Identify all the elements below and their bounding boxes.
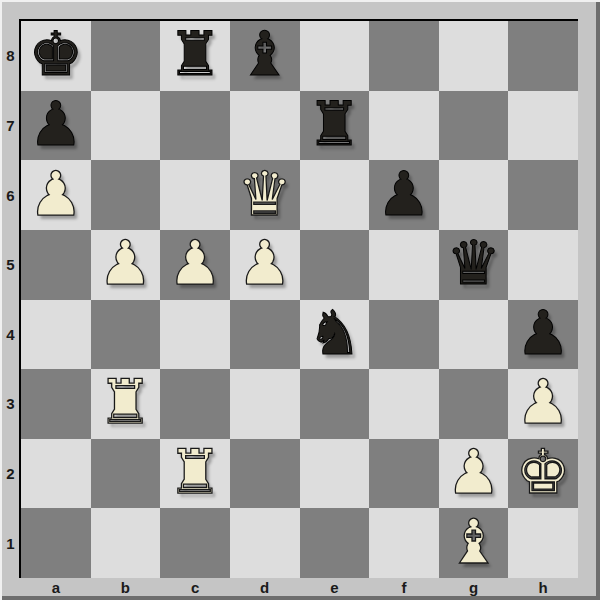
piece-white-pawn[interactable]: ♟ (446, 437, 501, 506)
square-f6[interactable]: ♟ (369, 160, 439, 230)
piece-white-pawn[interactable]: ♟ (237, 228, 292, 297)
file-label-b: b (91, 578, 161, 597)
square-f8[interactable] (369, 21, 439, 91)
piece-white-pawn[interactable]: ♟ (98, 228, 153, 297)
square-f4[interactable] (369, 300, 439, 370)
square-c3[interactable] (160, 369, 230, 439)
square-b3[interactable]: ♜ (91, 369, 161, 439)
square-d5[interactable]: ♟ (230, 230, 300, 300)
square-a2[interactable] (21, 439, 91, 509)
square-e5[interactable] (300, 230, 370, 300)
square-g3[interactable] (439, 369, 509, 439)
piece-white-pawn[interactable]: ♟ (28, 159, 83, 228)
rank-label-1: 1 (0, 508, 19, 578)
square-g1[interactable]: ♝ (439, 508, 509, 578)
square-h3[interactable]: ♟ (508, 369, 578, 439)
piece-white-king[interactable]: ♚ (516, 437, 571, 506)
square-c8[interactable]: ♜ (160, 21, 230, 91)
rank-label-5: 5 (0, 230, 19, 300)
square-d3[interactable] (230, 369, 300, 439)
square-d8[interactable]: ♝ (230, 21, 300, 91)
file-label-g: g (439, 578, 509, 597)
file-label-h: h (508, 578, 578, 597)
square-h6[interactable] (508, 160, 578, 230)
square-g2[interactable]: ♟ (439, 439, 509, 509)
piece-white-pawn[interactable]: ♟ (168, 228, 223, 297)
rank-label-6: 6 (0, 160, 19, 230)
file-label-c: c (160, 578, 230, 597)
piece-white-rook[interactable]: ♜ (98, 367, 153, 436)
square-b7[interactable] (91, 91, 161, 161)
chess-board: ♚♜♝♟♜♟♛♟♟♟♟♛♞♟♜♟♜♟♚♝ (21, 21, 578, 578)
square-b6[interactable] (91, 160, 161, 230)
piece-black-pawn[interactable]: ♟ (516, 298, 571, 367)
piece-black-king[interactable]: ♚ (28, 19, 83, 88)
square-g4[interactable] (439, 300, 509, 370)
square-g6[interactable] (439, 160, 509, 230)
square-h2[interactable]: ♚ (508, 439, 578, 509)
rank-label-8: 8 (0, 21, 19, 91)
piece-black-pawn[interactable]: ♟ (377, 159, 432, 228)
square-f1[interactable] (369, 508, 439, 578)
square-a7[interactable]: ♟ (21, 91, 91, 161)
square-h8[interactable] (508, 21, 578, 91)
square-b8[interactable] (91, 21, 161, 91)
piece-white-bishop[interactable]: ♝ (446, 507, 501, 576)
square-f3[interactable] (369, 369, 439, 439)
square-e3[interactable] (300, 369, 370, 439)
square-c5[interactable]: ♟ (160, 230, 230, 300)
square-a1[interactable] (21, 508, 91, 578)
square-c2[interactable]: ♜ (160, 439, 230, 509)
square-e2[interactable] (300, 439, 370, 509)
square-f7[interactable] (369, 91, 439, 161)
square-b4[interactable] (91, 300, 161, 370)
square-d6[interactable]: ♛ (230, 160, 300, 230)
square-h5[interactable] (508, 230, 578, 300)
file-label-d: d (230, 578, 300, 597)
square-g5[interactable]: ♛ (439, 230, 509, 300)
file-label-row: abcdefgh (21, 578, 578, 597)
square-g7[interactable] (439, 91, 509, 161)
square-b2[interactable] (91, 439, 161, 509)
square-d2[interactable] (230, 439, 300, 509)
square-h7[interactable] (508, 91, 578, 161)
rank-label-7: 7 (0, 91, 19, 161)
square-h1[interactable] (508, 508, 578, 578)
square-f5[interactable] (369, 230, 439, 300)
square-e7[interactable]: ♜ (300, 91, 370, 161)
square-d4[interactable] (230, 300, 300, 370)
rank-label-2: 2 (0, 439, 19, 509)
piece-black-pawn[interactable]: ♟ (28, 89, 83, 158)
file-label-f: f (369, 578, 439, 597)
square-a8[interactable]: ♚ (21, 21, 91, 91)
square-c1[interactable] (160, 508, 230, 578)
piece-white-pawn[interactable]: ♟ (516, 367, 571, 436)
file-label-a: a (21, 578, 91, 597)
square-c6[interactable] (160, 160, 230, 230)
square-e1[interactable] (300, 508, 370, 578)
square-f2[interactable] (369, 439, 439, 509)
square-c4[interactable] (160, 300, 230, 370)
piece-black-rook[interactable]: ♜ (307, 89, 362, 158)
square-d1[interactable] (230, 508, 300, 578)
square-a3[interactable] (21, 369, 91, 439)
rank-label-3: 3 (0, 369, 19, 439)
piece-black-knight[interactable]: ♞ (307, 298, 362, 367)
square-e8[interactable] (300, 21, 370, 91)
chess-diagram-frame: 87654321 ♚♜♝♟♜♟♛♟♟♟♟♛♞♟♜♟♜♟♚♝ abcdefgh (0, 0, 600, 600)
rank-label-4: 4 (0, 300, 19, 370)
piece-white-rook[interactable]: ♜ (168, 437, 223, 506)
square-e6[interactable] (300, 160, 370, 230)
square-d7[interactable] (230, 91, 300, 161)
square-g8[interactable] (439, 21, 509, 91)
rank-label-column: 87654321 (0, 21, 19, 578)
piece-black-queen[interactable]: ♛ (446, 228, 501, 297)
square-a6[interactable]: ♟ (21, 160, 91, 230)
piece-black-bishop[interactable]: ♝ (237, 19, 292, 88)
square-b1[interactable] (91, 508, 161, 578)
square-a5[interactable] (21, 230, 91, 300)
piece-white-queen[interactable]: ♛ (237, 159, 292, 228)
square-h4[interactable]: ♟ (508, 300, 578, 370)
board-border: ♚♜♝♟♜♟♛♟♟♟♟♛♞♟♜♟♜♟♚♝ (19, 19, 578, 578)
square-e4[interactable]: ♞ (300, 300, 370, 370)
piece-black-rook[interactable]: ♜ (168, 19, 223, 88)
square-a4[interactable] (21, 300, 91, 370)
file-label-e: e (300, 578, 370, 597)
square-b5[interactable]: ♟ (91, 230, 161, 300)
square-c7[interactable] (160, 91, 230, 161)
